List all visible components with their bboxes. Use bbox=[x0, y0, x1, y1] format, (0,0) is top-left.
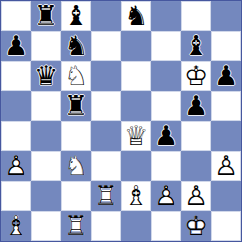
square-g4[interactable] bbox=[181, 121, 211, 151]
square-b7[interactable] bbox=[31, 31, 61, 61]
square-d3[interactable] bbox=[91, 151, 121, 181]
square-c4[interactable] bbox=[61, 121, 91, 151]
square-d1[interactable] bbox=[91, 211, 121, 241]
square-a5[interactable] bbox=[1, 91, 31, 121]
chess-board: ♜♝♞♟♞♝♛♞♘♚♔♟♜♟♛♕♟♟♙♞♘♟♙♜♖♝♗♟♙♟♙♝♗♜♖♚♔ bbox=[0, 0, 242, 242]
square-b4[interactable] bbox=[31, 121, 61, 151]
white-pawn-piece: ♟♙ bbox=[1, 151, 31, 181]
white-king-piece: ♚♔ bbox=[181, 61, 211, 91]
black-rook-piece: ♜ bbox=[31, 1, 61, 31]
square-f8[interactable] bbox=[151, 1, 181, 31]
square-e6[interactable] bbox=[121, 61, 151, 91]
square-g5[interactable]: ♟ bbox=[181, 91, 211, 121]
square-f4[interactable]: ♟ bbox=[151, 121, 181, 151]
square-g7[interactable]: ♝ bbox=[181, 31, 211, 61]
square-h5[interactable] bbox=[211, 91, 241, 121]
black-pawn-piece: ♟ bbox=[151, 121, 181, 151]
black-pawn-piece: ♟ bbox=[1, 31, 31, 61]
square-h4[interactable] bbox=[211, 121, 241, 151]
square-c8[interactable]: ♝ bbox=[61, 1, 91, 31]
square-f3[interactable] bbox=[151, 151, 181, 181]
square-h6[interactable]: ♟ bbox=[211, 61, 241, 91]
square-d6[interactable] bbox=[91, 61, 121, 91]
square-b8[interactable]: ♜ bbox=[31, 1, 61, 31]
square-a3[interactable]: ♟♙ bbox=[1, 151, 31, 181]
white-knight-piece: ♞♘ bbox=[61, 61, 91, 91]
square-g2[interactable]: ♟♙ bbox=[181, 181, 211, 211]
square-g6[interactable]: ♚♔ bbox=[181, 61, 211, 91]
white-rook-piece: ♜♖ bbox=[91, 181, 121, 211]
square-c1[interactable]: ♜♖ bbox=[61, 211, 91, 241]
white-rook-piece: ♜♖ bbox=[61, 211, 91, 241]
white-bishop-piece: ♝♗ bbox=[121, 181, 151, 211]
black-queen-piece: ♛ bbox=[31, 61, 61, 91]
square-e3[interactable] bbox=[121, 151, 151, 181]
square-a7[interactable]: ♟ bbox=[1, 31, 31, 61]
white-pawn-piece: ♟♙ bbox=[211, 151, 241, 181]
square-d4[interactable] bbox=[91, 121, 121, 151]
square-c3[interactable]: ♞♘ bbox=[61, 151, 91, 181]
square-a2[interactable] bbox=[1, 181, 31, 211]
square-e1[interactable] bbox=[121, 211, 151, 241]
white-pawn-piece: ♟♙ bbox=[181, 181, 211, 211]
square-a1[interactable]: ♝♗ bbox=[1, 211, 31, 241]
square-c2[interactable] bbox=[61, 181, 91, 211]
square-a4[interactable] bbox=[1, 121, 31, 151]
square-h8[interactable] bbox=[211, 1, 241, 31]
black-bishop-piece: ♝ bbox=[181, 31, 211, 61]
square-b6[interactable]: ♛ bbox=[31, 61, 61, 91]
white-king-piece: ♚♔ bbox=[181, 211, 211, 241]
square-b5[interactable] bbox=[31, 91, 61, 121]
black-rook-piece: ♜ bbox=[61, 91, 91, 121]
square-h2[interactable] bbox=[211, 181, 241, 211]
square-h1[interactable] bbox=[211, 211, 241, 241]
square-d8[interactable] bbox=[91, 1, 121, 31]
square-e2[interactable]: ♝♗ bbox=[121, 181, 151, 211]
square-f6[interactable] bbox=[151, 61, 181, 91]
square-c5[interactable]: ♜ bbox=[61, 91, 91, 121]
black-pawn-piece: ♟ bbox=[181, 91, 211, 121]
square-b2[interactable] bbox=[31, 181, 61, 211]
square-h7[interactable] bbox=[211, 31, 241, 61]
square-e5[interactable] bbox=[121, 91, 151, 121]
square-a8[interactable] bbox=[1, 1, 31, 31]
square-c7[interactable]: ♞ bbox=[61, 31, 91, 61]
square-e7[interactable] bbox=[121, 31, 151, 61]
square-f2[interactable]: ♟♙ bbox=[151, 181, 181, 211]
white-knight-piece: ♞♘ bbox=[61, 151, 91, 181]
square-e4[interactable]: ♛♕ bbox=[121, 121, 151, 151]
square-c6[interactable]: ♞♘ bbox=[61, 61, 91, 91]
white-pawn-piece: ♟♙ bbox=[151, 181, 181, 211]
square-e8[interactable]: ♞ bbox=[121, 1, 151, 31]
square-b3[interactable] bbox=[31, 151, 61, 181]
square-f5[interactable] bbox=[151, 91, 181, 121]
square-b1[interactable] bbox=[31, 211, 61, 241]
square-d5[interactable] bbox=[91, 91, 121, 121]
square-h3[interactable]: ♟♙ bbox=[211, 151, 241, 181]
black-bishop-piece: ♝ bbox=[61, 1, 91, 31]
square-f7[interactable] bbox=[151, 31, 181, 61]
square-d7[interactable] bbox=[91, 31, 121, 61]
black-pawn-piece: ♟ bbox=[211, 61, 241, 91]
square-g3[interactable] bbox=[181, 151, 211, 181]
square-d2[interactable]: ♜♖ bbox=[91, 181, 121, 211]
square-f1[interactable] bbox=[151, 211, 181, 241]
white-bishop-piece: ♝♗ bbox=[1, 211, 31, 241]
square-a6[interactable] bbox=[1, 61, 31, 91]
square-g8[interactable] bbox=[181, 1, 211, 31]
black-knight-piece: ♞ bbox=[61, 31, 91, 61]
white-queen-piece: ♛♕ bbox=[121, 121, 151, 151]
square-g1[interactable]: ♚♔ bbox=[181, 211, 211, 241]
black-knight-piece: ♞ bbox=[121, 1, 151, 31]
